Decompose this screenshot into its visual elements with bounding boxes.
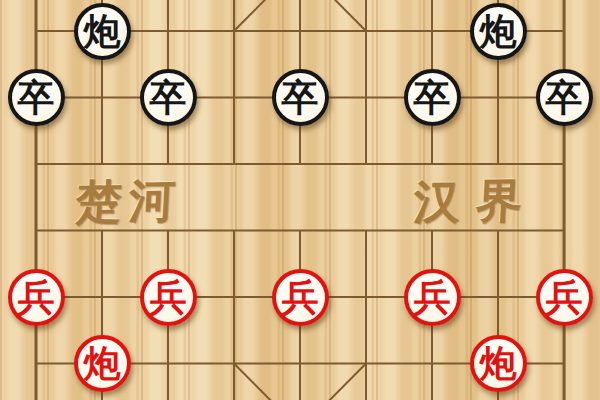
piece-black-cannon[interactable]: 炮 [74, 3, 131, 60]
piece-black-soldier[interactable]: 卒 [536, 69, 593, 126]
piece-black-cannon[interactable]: 炮 [470, 3, 527, 60]
piece-red-soldier[interactable]: 兵 [140, 269, 197, 326]
piece-red-cannon[interactable]: 炮 [74, 335, 131, 392]
piece-red-soldier[interactable]: 兵 [536, 269, 593, 326]
piece-black-soldier[interactable]: 卒 [404, 69, 461, 126]
river-label-chu-he: 楚河 [74, 172, 183, 230]
piece-red-cannon[interactable]: 炮 [470, 335, 527, 392]
xiangqi-board[interactable]: 楚河 汉界 炮炮卒卒卒卒卒兵兵兵兵兵炮炮 [0, 0, 600, 400]
piece-red-soldier[interactable]: 兵 [272, 269, 329, 326]
piece-black-soldier[interactable]: 卒 [8, 69, 65, 126]
piece-red-soldier[interactable]: 兵 [8, 269, 65, 326]
piece-black-soldier[interactable]: 卒 [140, 69, 197, 126]
river-label-han-jie: 汉界 [412, 172, 539, 230]
piece-red-soldier[interactable]: 兵 [404, 269, 461, 326]
piece-black-soldier[interactable]: 卒 [272, 69, 329, 126]
